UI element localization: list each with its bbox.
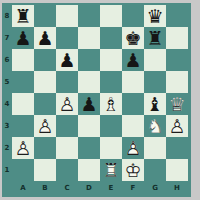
square-f4[interactable] (122, 93, 144, 115)
piece-white-king-fill: ♚ (122, 159, 144, 181)
square-b1[interactable] (34, 159, 56, 181)
square-h7[interactable] (166, 27, 188, 49)
square-b5[interactable] (34, 71, 56, 93)
rank-label-6: 6 (2, 49, 12, 71)
square-g5[interactable] (144, 71, 166, 93)
square-c8[interactable] (56, 5, 78, 27)
square-b3[interactable]: ♟♙ (34, 115, 56, 137)
square-f7[interactable]: ♚ (122, 27, 144, 49)
rank-label-5: 5 (2, 71, 12, 93)
square-e5[interactable] (100, 71, 122, 93)
rank-label-7: 7 (2, 27, 12, 49)
piece-black-king: ♚ (122, 27, 144, 49)
square-d3[interactable] (78, 115, 100, 137)
square-f5[interactable] (122, 71, 144, 93)
square-c1[interactable] (56, 159, 78, 181)
square-e1[interactable]: ♜♖ (100, 159, 122, 181)
rank-label-2: 2 (2, 137, 12, 159)
piece-white-pawn: ♙ (12, 137, 34, 159)
board-grid: ♜♛♟♟♚♜♟♟♟♙♟♝♗♝♛♕♟♙♞♘♟♙♟♙♟♙♜♖♚♔ (12, 5, 188, 181)
piece-white-rook-fill: ♜ (100, 159, 122, 181)
square-a8[interactable]: ♜ (12, 5, 34, 27)
square-e6[interactable] (100, 49, 122, 71)
file-labels: ABCDEFGH (12, 181, 191, 195)
square-f6[interactable]: ♟ (122, 49, 144, 71)
square-c4[interactable]: ♟♙ (56, 93, 78, 115)
square-c5[interactable] (56, 71, 78, 93)
piece-white-pawn-fill: ♟ (122, 137, 144, 159)
square-g8[interactable]: ♛ (144, 5, 166, 27)
square-d1[interactable] (78, 159, 100, 181)
rank-label-1: 1 (2, 159, 12, 181)
square-d6[interactable] (78, 49, 100, 71)
square-d2[interactable] (78, 137, 100, 159)
piece-black-pawn: ♟ (78, 93, 100, 115)
piece-white-queen-fill: ♛ (166, 93, 188, 115)
square-h8[interactable] (166, 5, 188, 27)
square-d4[interactable]: ♟ (78, 93, 100, 115)
piece-white-king: ♔ (122, 159, 144, 181)
rank-labels: 87654321 (2, 5, 12, 181)
piece-white-pawn-fill: ♟ (56, 93, 78, 115)
square-a6[interactable] (12, 49, 34, 71)
piece-white-knight: ♘ (144, 115, 166, 137)
rank-label-8: 8 (2, 5, 12, 27)
rank-label-4: 4 (2, 93, 12, 115)
file-label-c: C (56, 184, 78, 192)
file-label-e: E (100, 184, 122, 192)
piece-black-pawn: ♟ (56, 49, 78, 71)
square-h3[interactable]: ♟♙ (166, 115, 188, 137)
square-a5[interactable] (12, 71, 34, 93)
square-g6[interactable] (144, 49, 166, 71)
piece-white-pawn-fill: ♟ (34, 115, 56, 137)
piece-white-bishop-fill: ♝ (100, 93, 122, 115)
square-d8[interactable] (78, 5, 100, 27)
square-c2[interactable] (56, 137, 78, 159)
piece-white-queen: ♕ (166, 93, 188, 115)
piece-white-pawn: ♙ (34, 115, 56, 137)
square-b4[interactable] (34, 93, 56, 115)
piece-black-pawn: ♟ (34, 27, 56, 49)
file-label-b: B (34, 184, 56, 192)
square-h2[interactable] (166, 137, 188, 159)
square-c7[interactable] (56, 27, 78, 49)
piece-white-pawn-fill: ♟ (12, 137, 34, 159)
square-h6[interactable] (166, 49, 188, 71)
square-g1[interactable] (144, 159, 166, 181)
square-e7[interactable] (100, 27, 122, 49)
square-h1[interactable] (166, 159, 188, 181)
square-f1[interactable]: ♚♔ (122, 159, 144, 181)
piece-white-pawn: ♙ (166, 115, 188, 137)
square-g3[interactable]: ♞♘ (144, 115, 166, 137)
piece-white-pawn-fill: ♟ (166, 115, 188, 137)
square-e2[interactable] (100, 137, 122, 159)
square-b6[interactable] (34, 49, 56, 71)
square-e4[interactable]: ♝♗ (100, 93, 122, 115)
square-d5[interactable] (78, 71, 100, 93)
square-b7[interactable]: ♟ (34, 27, 56, 49)
file-label-f: F (122, 184, 144, 192)
piece-white-pawn: ♙ (122, 137, 144, 159)
file-label-g: G (144, 184, 166, 192)
piece-white-pawn: ♙ (56, 93, 78, 115)
square-c3[interactable] (56, 115, 78, 137)
square-h5[interactable] (166, 71, 188, 93)
square-g2[interactable] (144, 137, 166, 159)
square-a1[interactable] (12, 159, 34, 181)
square-b8[interactable] (34, 5, 56, 27)
square-b2[interactable] (34, 137, 56, 159)
piece-black-pawn: ♟ (12, 27, 34, 49)
square-e8[interactable] (100, 5, 122, 27)
square-f3[interactable] (122, 115, 144, 137)
square-a3[interactable] (12, 115, 34, 137)
piece-black-bishop: ♝ (144, 93, 166, 115)
square-g7[interactable]: ♜ (144, 27, 166, 49)
square-a4[interactable] (12, 93, 34, 115)
square-h4[interactable]: ♛♕ (166, 93, 188, 115)
file-label-h: H (166, 184, 188, 192)
piece-white-rook: ♖ (100, 159, 122, 181)
chess-board: 87654321 ♜♛♟♟♚♜♟♟♟♙♟♝♗♝♛♕♟♙♞♘♟♙♟♙♟♙♜♖♚♔ … (2, 3, 191, 197)
square-a2[interactable]: ♟♙ (12, 137, 34, 159)
piece-black-pawn: ♟ (122, 49, 144, 71)
piece-black-rook: ♜ (12, 5, 34, 27)
piece-black-queen: ♛ (144, 5, 166, 27)
square-d7[interactable] (78, 27, 100, 49)
piece-white-bishop: ♗ (100, 93, 122, 115)
square-f8[interactable] (122, 5, 144, 27)
piece-white-knight-fill: ♞ (144, 115, 166, 137)
square-c6[interactable]: ♟ (56, 49, 78, 71)
square-a7[interactable]: ♟ (12, 27, 34, 49)
piece-black-rook: ♜ (144, 27, 166, 49)
page-background: 87654321 ♜♛♟♟♚♜♟♟♟♙♟♝♗♝♛♕♟♙♞♘♟♙♟♙♟♙♜♖♚♔ … (0, 0, 200, 200)
square-f2[interactable]: ♟♙ (122, 137, 144, 159)
square-g4[interactable]: ♝ (144, 93, 166, 115)
file-label-a: A (12, 184, 34, 192)
file-label-d: D (78, 184, 100, 192)
rank-label-3: 3 (2, 115, 12, 137)
square-e3[interactable] (100, 115, 122, 137)
